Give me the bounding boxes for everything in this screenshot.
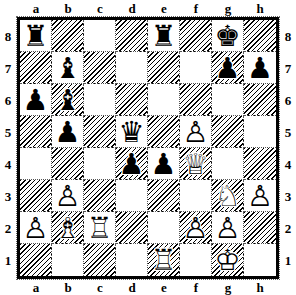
square-h8[interactable]	[244, 20, 276, 52]
file-labels-top: abcdefgh	[20, 0, 276, 16]
piece-glyph-backing: ♟	[244, 52, 276, 83]
piece-glyph: ♗	[52, 212, 83, 243]
piece-glyph-backing: ♛	[180, 148, 211, 179]
square-a7[interactable]	[20, 52, 52, 84]
file-label-bottom-c: c	[84, 279, 116, 295]
square-d2[interactable]	[116, 212, 148, 244]
square-f4[interactable]: ♛♕	[180, 148, 212, 180]
square-e7[interactable]	[148, 52, 180, 84]
square-b6[interactable]: ♝♝	[52, 84, 84, 116]
square-h5[interactable]	[244, 116, 276, 148]
file-label-top-a: a	[20, 0, 52, 16]
piece-glyph-backing: ♟	[244, 180, 276, 211]
piece-glyph: ♛	[116, 116, 147, 147]
piece-glyph-backing: ♜	[84, 212, 115, 243]
rank-label-right-7: 7	[280, 52, 296, 84]
rank-label-left-5: 5	[0, 116, 16, 148]
square-f2[interactable]: ♟♙	[180, 212, 212, 244]
square-g5[interactable]	[212, 116, 244, 148]
piece-glyph-backing: ♟	[180, 212, 211, 243]
piece-glyph-backing: ♜	[20, 20, 51, 51]
square-d7[interactable]	[116, 52, 148, 84]
square-g4[interactable]	[212, 148, 244, 180]
rank-label-left-8: 8	[0, 20, 16, 52]
square-f3[interactable]	[180, 180, 212, 212]
piece-glyph: ♚	[212, 20, 243, 51]
piece-glyph-backing: ♟	[148, 148, 179, 179]
piece-glyph-backing: ♝	[52, 84, 83, 115]
square-a4[interactable]	[20, 148, 52, 180]
piece-glyph-backing: ♟	[20, 84, 51, 115]
file-label-bottom-f: f	[180, 279, 212, 295]
piece-glyph: ♝	[52, 52, 83, 83]
piece-glyph: ♘	[212, 180, 243, 211]
square-g2[interactable]: ♟♙	[212, 212, 244, 244]
piece-glyph-backing: ♚	[212, 244, 243, 276]
piece-glyph: ♝	[52, 84, 83, 115]
piece-glyph: ♟	[244, 52, 276, 83]
piece-glyph-backing: ♟	[212, 52, 243, 83]
piece-glyph: ♜	[148, 20, 179, 51]
piece-glyph-backing: ♜	[148, 244, 179, 276]
square-f5[interactable]: ♟♙	[180, 116, 212, 148]
rank-label-right-2: 2	[280, 212, 296, 244]
rank-label-right-8: 8	[280, 20, 296, 52]
file-label-top-b: b	[52, 0, 84, 16]
square-e6[interactable]	[148, 84, 180, 116]
piece-glyph-backing: ♝	[52, 212, 83, 243]
piece-glyph: ♔	[212, 244, 243, 276]
square-c8[interactable]	[84, 20, 116, 52]
square-e4[interactable]: ♟♟	[148, 148, 180, 180]
piece-glyph-backing: ♜	[148, 20, 179, 51]
square-e5[interactable]	[148, 116, 180, 148]
rank-labels-right: 87654321	[280, 20, 296, 276]
rank-label-left-4: 4	[0, 148, 16, 180]
square-c2[interactable]: ♜♖	[84, 212, 116, 244]
square-e8[interactable]: ♜♜	[148, 20, 180, 52]
rank-label-left-2: 2	[0, 212, 16, 244]
rank-label-right-1: 1	[280, 244, 296, 276]
square-g1[interactable]: ♚♔	[212, 244, 244, 276]
file-label-bottom-g: g	[212, 279, 244, 295]
piece-glyph-backing: ♛	[116, 116, 147, 147]
square-a6[interactable]: ♟♟	[20, 84, 52, 116]
chess-board: ♜♜♜♜♚♚♝♝♟♟♟♟♟♟♝♝♟♟♛♛♟♙♟♟♟♟♛♕♟♙♞♘♟♙♟♙♝♗♜♖…	[17, 17, 279, 279]
square-h2[interactable]	[244, 212, 276, 244]
piece-glyph: ♟	[212, 52, 243, 83]
piece-glyph: ♖	[84, 212, 115, 243]
square-b8[interactable]	[52, 20, 84, 52]
square-a3[interactable]	[20, 180, 52, 212]
piece-glyph: ♙	[244, 180, 276, 211]
square-a1[interactable]	[20, 244, 52, 276]
rank-label-left-3: 3	[0, 180, 16, 212]
square-e3[interactable]	[148, 180, 180, 212]
square-f6[interactable]	[180, 84, 212, 116]
square-a2[interactable]: ♟♙	[20, 212, 52, 244]
piece-glyph: ♖	[148, 244, 179, 276]
square-h1[interactable]	[244, 244, 276, 276]
rank-label-left-7: 7	[0, 52, 16, 84]
square-c6[interactable]	[84, 84, 116, 116]
square-b4[interactable]	[52, 148, 84, 180]
board-grid: ♜♜♜♜♚♚♝♝♟♟♟♟♟♟♝♝♟♟♛♛♟♙♟♟♟♟♛♕♟♙♞♘♟♙♟♙♝♗♜♖…	[20, 20, 276, 276]
square-a5[interactable]	[20, 116, 52, 148]
piece-glyph: ♟	[116, 148, 147, 179]
square-g6[interactable]	[212, 84, 244, 116]
piece-glyph: ♙	[180, 212, 211, 243]
file-label-top-d: d	[116, 0, 148, 16]
piece-glyph-backing: ♝	[52, 52, 83, 83]
file-label-bottom-e: e	[148, 279, 180, 295]
file-label-top-c: c	[84, 0, 116, 16]
square-c4[interactable]	[84, 148, 116, 180]
square-f1[interactable]	[180, 244, 212, 276]
piece-glyph: ♙	[20, 212, 51, 243]
square-c3[interactable]	[84, 180, 116, 212]
square-g3[interactable]: ♞♘	[212, 180, 244, 212]
square-d4[interactable]: ♟♟	[116, 148, 148, 180]
square-e2[interactable]	[148, 212, 180, 244]
rank-label-right-5: 5	[280, 116, 296, 148]
rank-label-right-4: 4	[280, 148, 296, 180]
piece-glyph: ♟	[148, 148, 179, 179]
piece-glyph-backing: ♟	[116, 148, 147, 179]
piece-glyph: ♕	[180, 148, 211, 179]
file-label-bottom-a: a	[20, 279, 52, 295]
square-h4[interactable]	[244, 148, 276, 180]
square-h7[interactable]: ♟♟	[244, 52, 276, 84]
piece-glyph-backing: ♞	[212, 180, 243, 211]
square-a8[interactable]: ♜♜	[20, 20, 52, 52]
square-f8[interactable]	[180, 20, 212, 52]
piece-glyph: ♟	[20, 84, 51, 115]
piece-glyph-backing: ♚	[212, 20, 243, 51]
chess-diagram: abcdefgh abcdefgh 87654321 87654321 ♜♜♜♜…	[0, 0, 295, 295]
square-e1[interactable]: ♜♖	[148, 244, 180, 276]
file-label-bottom-b: b	[52, 279, 84, 295]
square-f7[interactable]	[180, 52, 212, 84]
square-b5[interactable]: ♟♟	[52, 116, 84, 148]
rank-label-right-6: 6	[280, 84, 296, 116]
file-label-bottom-h: h	[244, 279, 276, 295]
piece-glyph: ♜	[20, 20, 51, 51]
piece-glyph: ♙	[212, 212, 243, 243]
piece-glyph-backing: ♟	[52, 180, 83, 211]
file-label-top-g: g	[212, 0, 244, 16]
rank-label-left-6: 6	[0, 84, 16, 116]
piece-glyph-backing: ♟	[212, 212, 243, 243]
square-b3[interactable]: ♟♙	[52, 180, 84, 212]
square-h6[interactable]	[244, 84, 276, 116]
file-label-bottom-d: d	[116, 279, 148, 295]
rank-label-left-1: 1	[0, 244, 16, 276]
square-c5[interactable]	[84, 116, 116, 148]
square-d5[interactable]: ♛♛	[116, 116, 148, 148]
square-c7[interactable]	[84, 52, 116, 84]
piece-glyph-backing: ♟	[180, 116, 211, 147]
piece-glyph-backing: ♟	[52, 116, 83, 147]
file-label-top-h: h	[244, 0, 276, 16]
piece-glyph: ♙	[52, 180, 83, 211]
piece-glyph: ♟	[52, 116, 83, 147]
rank-labels-left: 87654321	[0, 20, 16, 276]
file-labels-bottom: abcdefgh	[20, 279, 276, 295]
piece-glyph-backing: ♟	[20, 212, 51, 243]
file-label-top-e: e	[148, 0, 180, 16]
rank-label-right-3: 3	[280, 180, 296, 212]
square-b7[interactable]: ♝♝	[52, 52, 84, 84]
square-d3[interactable]	[116, 180, 148, 212]
square-g8[interactable]: ♚♚	[212, 20, 244, 52]
file-label-top-f: f	[180, 0, 212, 16]
square-h3[interactable]: ♟♙	[244, 180, 276, 212]
square-d1[interactable]	[116, 244, 148, 276]
square-d8[interactable]	[116, 20, 148, 52]
square-g7[interactable]: ♟♟	[212, 52, 244, 84]
square-b2[interactable]: ♝♗	[52, 212, 84, 244]
square-d6[interactable]	[116, 84, 148, 116]
piece-glyph: ♙	[180, 116, 211, 147]
square-b1[interactable]	[52, 244, 84, 276]
square-c1[interactable]	[84, 244, 116, 276]
